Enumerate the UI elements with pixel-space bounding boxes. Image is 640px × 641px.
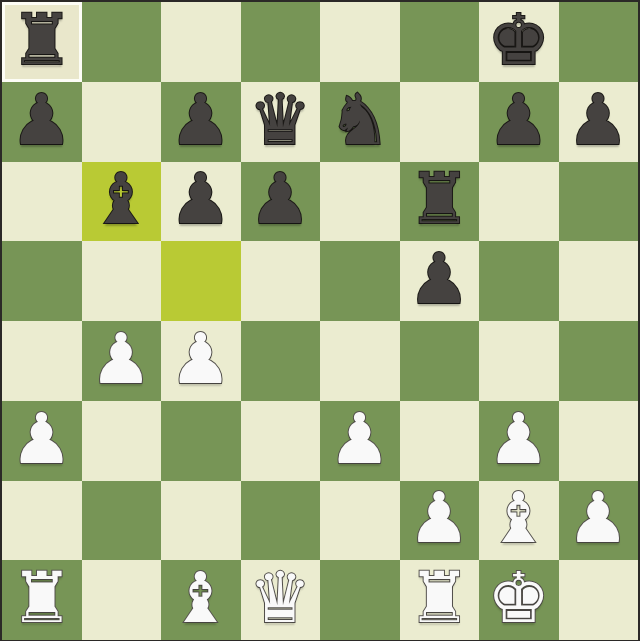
black-rook[interactable]: ♜ [10, 5, 73, 75]
black-pawn[interactable]: ♟ [169, 85, 232, 155]
black-queen[interactable]: ♛ [249, 85, 312, 155]
black-king[interactable]: ♚ [487, 5, 550, 75]
square-h5[interactable] [559, 241, 639, 321]
white-king[interactable]: ♚ [487, 563, 550, 633]
square-f8[interactable] [400, 2, 480, 82]
square-a1[interactable]: ♜ [2, 560, 82, 640]
square-f2[interactable]: ♟ [400, 481, 480, 561]
square-b6[interactable]: ♝ [82, 162, 162, 242]
square-h1[interactable] [559, 560, 639, 640]
white-queen[interactable]: ♛ [249, 563, 312, 633]
square-c7[interactable]: ♟ [161, 82, 241, 162]
white-pawn[interactable]: ♟ [328, 404, 391, 474]
square-d1[interactable]: ♛ [241, 560, 321, 640]
white-rook[interactable]: ♜ [10, 563, 73, 633]
square-h8[interactable] [559, 2, 639, 82]
white-rook[interactable]: ♜ [408, 563, 471, 633]
square-c8[interactable] [161, 2, 241, 82]
square-f4[interactable] [400, 321, 480, 401]
chess-board: ♜♚♟♟♛♞♟♟♝♟♟♜♟♟♟♟♟♟♟♝♟♜♝♛♜♚ [0, 0, 640, 641]
square-f7[interactable] [400, 82, 480, 162]
black-pawn[interactable]: ♟ [249, 164, 312, 234]
square-c2[interactable] [161, 481, 241, 561]
square-a6[interactable] [2, 162, 82, 242]
square-h4[interactable] [559, 321, 639, 401]
square-d3[interactable] [241, 401, 321, 481]
white-bishop[interactable]: ♝ [487, 483, 550, 553]
black-knight[interactable]: ♞ [328, 85, 391, 155]
square-a8[interactable]: ♜ [2, 2, 82, 82]
square-e1[interactable] [320, 560, 400, 640]
square-g5[interactable] [479, 241, 559, 321]
square-d7[interactable]: ♛ [241, 82, 321, 162]
black-bishop[interactable]: ♝ [90, 164, 153, 234]
square-g7[interactable]: ♟ [479, 82, 559, 162]
square-g6[interactable] [479, 162, 559, 242]
square-g1[interactable]: ♚ [479, 560, 559, 640]
square-e5[interactable] [320, 241, 400, 321]
square-g2[interactable]: ♝ [479, 481, 559, 561]
square-f5[interactable]: ♟ [400, 241, 480, 321]
square-b1[interactable] [82, 560, 162, 640]
square-d8[interactable] [241, 2, 321, 82]
square-c3[interactable] [161, 401, 241, 481]
square-a7[interactable]: ♟ [2, 82, 82, 162]
square-h7[interactable]: ♟ [559, 82, 639, 162]
square-b3[interactable] [82, 401, 162, 481]
square-g4[interactable] [479, 321, 559, 401]
white-pawn[interactable]: ♟ [169, 324, 232, 394]
square-d5[interactable] [241, 241, 321, 321]
square-a2[interactable] [2, 481, 82, 561]
white-pawn[interactable]: ♟ [90, 324, 153, 394]
black-rook[interactable]: ♜ [408, 164, 471, 234]
square-h6[interactable] [559, 162, 639, 242]
white-pawn[interactable]: ♟ [487, 404, 550, 474]
square-e4[interactable] [320, 321, 400, 401]
square-h2[interactable]: ♟ [559, 481, 639, 561]
square-d2[interactable] [241, 481, 321, 561]
square-a3[interactable]: ♟ [2, 401, 82, 481]
square-c4[interactable]: ♟ [161, 321, 241, 401]
square-e7[interactable]: ♞ [320, 82, 400, 162]
square-c5[interactable] [161, 241, 241, 321]
square-b5[interactable] [82, 241, 162, 321]
white-pawn[interactable]: ♟ [567, 483, 630, 553]
square-b7[interactable] [82, 82, 162, 162]
square-c1[interactable]: ♝ [161, 560, 241, 640]
square-b8[interactable] [82, 2, 162, 82]
black-pawn[interactable]: ♟ [487, 85, 550, 155]
square-a4[interactable] [2, 321, 82, 401]
square-f6[interactable]: ♜ [400, 162, 480, 242]
black-pawn[interactable]: ♟ [408, 244, 471, 314]
square-a5[interactable] [2, 241, 82, 321]
square-e8[interactable] [320, 2, 400, 82]
black-pawn[interactable]: ♟ [10, 85, 73, 155]
square-e2[interactable] [320, 481, 400, 561]
square-e3[interactable]: ♟ [320, 401, 400, 481]
square-g8[interactable]: ♚ [479, 2, 559, 82]
white-pawn[interactable]: ♟ [10, 404, 73, 474]
white-bishop[interactable]: ♝ [169, 563, 232, 633]
square-c6[interactable]: ♟ [161, 162, 241, 242]
white-pawn[interactable]: ♟ [408, 483, 471, 553]
square-f1[interactable]: ♜ [400, 560, 480, 640]
square-g3[interactable]: ♟ [479, 401, 559, 481]
square-h3[interactable] [559, 401, 639, 481]
square-f3[interactable] [400, 401, 480, 481]
square-d6[interactable]: ♟ [241, 162, 321, 242]
black-pawn[interactable]: ♟ [567, 85, 630, 155]
square-e6[interactable] [320, 162, 400, 242]
square-b2[interactable] [82, 481, 162, 561]
square-d4[interactable] [241, 321, 321, 401]
black-pawn[interactable]: ♟ [169, 164, 232, 234]
square-b4[interactable]: ♟ [82, 321, 162, 401]
